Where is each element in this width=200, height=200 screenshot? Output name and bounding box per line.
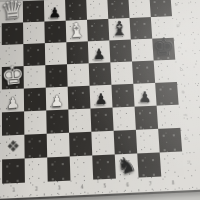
piece-white-king-a5[interactable]: ♚	[0, 61, 27, 89]
piece-white-bishop-d7[interactable]: ♝	[63, 20, 90, 42]
square-b5[interactable]	[24, 65, 46, 88]
right-rank-label-c: c	[177, 46, 182, 49]
square-g7[interactable]	[130, 17, 153, 39]
piece-white-queen-a8[interactable]: ♛	[0, 0, 26, 23]
square-h3[interactable]	[157, 105, 181, 129]
right-rank-label-g: g	[184, 137, 189, 140]
right-rank-label-e: e	[180, 91, 185, 94]
square-g1[interactable]	[137, 152, 161, 177]
square-b8[interactable]	[23, 0, 45, 22]
square-g8[interactable]	[128, 0, 150, 18]
right-rank-label-b: b	[175, 24, 180, 27]
square-b6[interactable]	[23, 43, 45, 66]
piece-black-bishop-f7[interactable]: ♝	[107, 19, 132, 39]
square-b4[interactable]	[24, 88, 46, 112]
square-f3[interactable]	[113, 107, 136, 131]
square-f5[interactable]	[110, 61, 133, 84]
square-f6[interactable]	[109, 40, 132, 63]
square-h8[interactable]	[149, 0, 172, 17]
piece-black-king-h6[interactable]: ♚	[150, 34, 176, 60]
square-f2[interactable]	[114, 130, 138, 155]
piece-black-pawn-e4[interactable]: ♟	[88, 92, 115, 108]
square-c1[interactable]	[47, 156, 70, 181]
square-c5[interactable]	[45, 64, 67, 87]
square-b7[interactable]	[23, 22, 45, 45]
square-h2[interactable]	[158, 128, 182, 153]
right-rank-label-a: a	[174, 3, 179, 6]
square-b3[interactable]	[24, 110, 47, 134]
file-label-8: 8	[161, 179, 184, 186]
piece-black-pawn-e6[interactable]: ♟	[86, 47, 112, 62]
chessboard-photo: ❖♛♟♝♝♟♚♚♟♟♟♟♞ 12345678 abcdefghabcdefgh	[0, 0, 200, 200]
square-a3[interactable]	[2, 111, 24, 135]
square-a7[interactable]	[2, 22, 24, 45]
right-rank-label-f: f	[182, 113, 187, 116]
vinyl-board-sheet: ❖♛♟♝♝♟♚♚♟♟♟♟♞ 12345678 abcdefghabcdefgh	[0, 0, 200, 200]
piece-white-pawn-c4[interactable]: ♟	[44, 93, 70, 109]
file-label-6: 6	[116, 181, 139, 188]
square-d5[interactable]	[67, 63, 90, 86]
right-rank-label-h: h	[186, 161, 191, 164]
piece-black-pawn-c8[interactable]: ♟	[42, 6, 67, 21]
square-b2[interactable]	[24, 134, 47, 159]
file-label-2: 2	[25, 185, 48, 192]
file-label-7: 7	[139, 180, 162, 187]
square-c2[interactable]	[47, 133, 70, 158]
square-e8[interactable]	[86, 0, 108, 20]
file-label-4: 4	[71, 183, 94, 190]
square-e5[interactable]	[89, 62, 112, 85]
square-h5[interactable]	[154, 60, 177, 83]
chess-board[interactable]: ❖♛♟♝♝♟♚♚♟♟♟♟♞	[2, 0, 184, 184]
square-f8[interactable]	[107, 0, 129, 19]
file-label-5: 5	[93, 182, 116, 189]
square-d1[interactable]	[70, 155, 93, 180]
square-a2[interactable]: ❖	[2, 135, 25, 160]
square-g2[interactable]	[136, 129, 160, 154]
square-b1[interactable]	[25, 157, 48, 182]
square-h1[interactable]	[160, 151, 184, 176]
square-e3[interactable]	[90, 108, 113, 132]
square-g3[interactable]	[135, 106, 159, 130]
piece-black-pawn-g4[interactable]: ♟	[132, 90, 158, 105]
square-h4[interactable]	[155, 82, 179, 106]
piece-white-pawn-a4[interactable]: ♟	[0, 95, 26, 112]
file-label-3: 3	[48, 184, 71, 191]
square-g5[interactable]	[132, 61, 155, 84]
square-c6[interactable]	[45, 42, 67, 65]
square-c3[interactable]	[46, 109, 69, 133]
square-d3[interactable]	[68, 109, 91, 133]
square-d2[interactable]	[69, 132, 92, 157]
square-a1[interactable]	[2, 158, 25, 183]
right-rank-label-d: d	[179, 68, 184, 71]
file-label-1: 1	[2, 186, 25, 193]
board-emblem-icon: ❖	[4, 137, 23, 157]
square-d8[interactable]	[65, 0, 87, 21]
square-e2[interactable]	[91, 131, 114, 156]
